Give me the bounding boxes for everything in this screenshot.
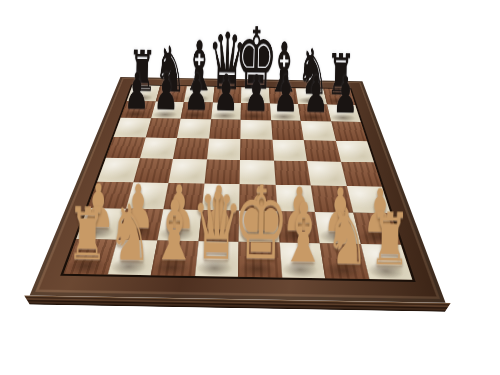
piece-black-pawn-b7: ♟: [153, 67, 179, 117]
square-d5: [207, 138, 241, 160]
square-c7: ♟: [181, 102, 213, 120]
piece-white-bishop-f1: ♝: [280, 192, 327, 276]
piece-black-pawn-a7: ♟: [124, 66, 150, 116]
square-b5: [140, 137, 178, 159]
piece-white-rook-h1: ♜: [370, 204, 412, 277]
square-d6: [209, 119, 241, 139]
square-f7: ♟: [270, 103, 301, 121]
board-front-molding: [24, 295, 451, 311]
square-g1: ♞: [320, 243, 369, 279]
square-e7: ♟: [241, 103, 271, 121]
piece-black-pawn-d7: ♟: [213, 68, 239, 118]
square-f1: ♝: [279, 242, 325, 278]
square-h7: ♟: [327, 104, 361, 122]
square-e5: [240, 139, 273, 161]
square-g7: ♟: [298, 104, 331, 122]
chess-board: ♜♞♝♛♚♝♞♜♟♟♟♟♟♟♟♟♟♟♟♟♟♟♟♟♜♞♝♛♚♝♞♜: [60, 84, 416, 282]
square-b6: [145, 118, 180, 137]
square-f5: [272, 139, 307, 161]
piece-black-pawn-e7: ♟: [243, 68, 269, 118]
piece-white-rook-a1: ♜: [66, 198, 108, 271]
board-area: ♜♞♝♛♚♝♞♜♟♟♟♟♟♟♟♟♟♟♟♟♟♟♟♟♜♞♝♛♚♝♞♜: [87, 7, 393, 313]
square-c6: [177, 119, 211, 138]
square-g5: [304, 140, 341, 162]
square-h6: [331, 121, 367, 141]
square-e6: [240, 120, 272, 140]
chess-set-photo: ♜♞♝♛♚♝♞♜♟♟♟♟♟♟♟♟♟♟♟♟♟♟♟♟♜♞♝♛♚♝♞♜: [0, 0, 500, 375]
square-d7: ♟: [211, 102, 241, 120]
piece-black-pawn-f7: ♟: [273, 69, 299, 119]
piece-white-knight-g1: ♞: [325, 198, 369, 276]
square-e1: ♚: [238, 241, 282, 277]
piece-black-pawn-g7: ♟: [303, 70, 329, 120]
square-h5: [335, 140, 374, 162]
piece-black-pawn-c7: ♟: [183, 67, 209, 117]
piece-black-pawn-h7: ♟: [333, 70, 359, 120]
chess-board-frame: ♜♞♝♛♚♝♞♜♟♟♟♟♟♟♟♟♟♟♟♟♟♟♟♟♜♞♝♛♚♝♞♜: [30, 77, 446, 303]
square-b7: ♟: [151, 101, 184, 119]
square-c5: [173, 138, 209, 160]
piece-white-knight-b1: ♞: [108, 194, 152, 272]
square-f6: [271, 120, 304, 140]
square-g6: [301, 121, 336, 141]
board-tilt: ♜♞♝♛♚♝♞♜♟♟♟♟♟♟♟♟♟♟♟♟♟♟♟♟♜♞♝♛♚♝♞♜: [30, 77, 446, 303]
